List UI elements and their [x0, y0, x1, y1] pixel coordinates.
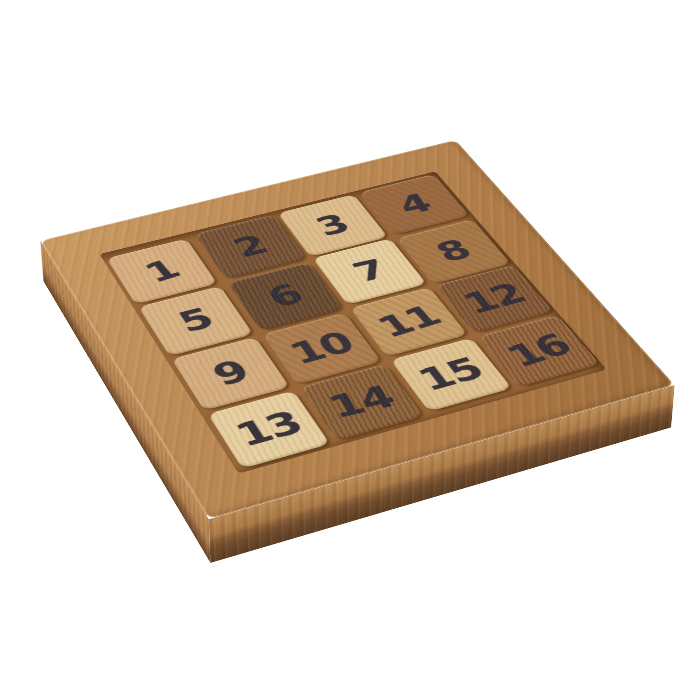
- tile-10-number: 10: [284, 327, 359, 368]
- tile-15[interactable]: 15: [390, 338, 512, 412]
- tile-16[interactable]: 16: [478, 315, 600, 387]
- puzzle-board: 1 2 3 4 5 6 7 8 9 10 11 12 13 14 15 16: [40, 140, 674, 519]
- tile-3-number: 3: [310, 211, 354, 240]
- tile-1-number: 1: [139, 256, 185, 287]
- tile-13-number: 13: [230, 407, 308, 452]
- tile-9-number: 9: [207, 356, 254, 390]
- tile-15-number: 15: [412, 353, 489, 395]
- scene: 1 2 3 4 5 6 7 8 9 10 11 12 13 14 15 16: [0, 0, 700, 700]
- product-photo-canvas: 1 2 3 4 5 6 7 8 9 10 11 12 13 14 15 16: [0, 0, 700, 700]
- tile-12-number: 12: [457, 279, 531, 318]
- tile-7-number: 7: [347, 256, 391, 286]
- tile-10[interactable]: 10: [262, 312, 381, 384]
- tile-11-number: 11: [371, 301, 446, 342]
- tile-13[interactable]: 13: [208, 390, 331, 468]
- tile-8-number: 8: [430, 236, 476, 266]
- tile-4-number: 4: [393, 190, 435, 218]
- tile-5-number: 5: [173, 304, 218, 336]
- board-top-face: 1 2 3 4 5 6 7 8 9 10 11 12 13 14 15 16: [40, 140, 674, 519]
- tile-16-number: 16: [500, 329, 577, 371]
- tile-2-number: 2: [228, 232, 272, 262]
- tile-9[interactable]: 9: [171, 337, 290, 411]
- tile-6-number: 6: [261, 280, 308, 312]
- tile-14[interactable]: 14: [300, 364, 423, 440]
- tile-14-number: 14: [323, 381, 399, 423]
